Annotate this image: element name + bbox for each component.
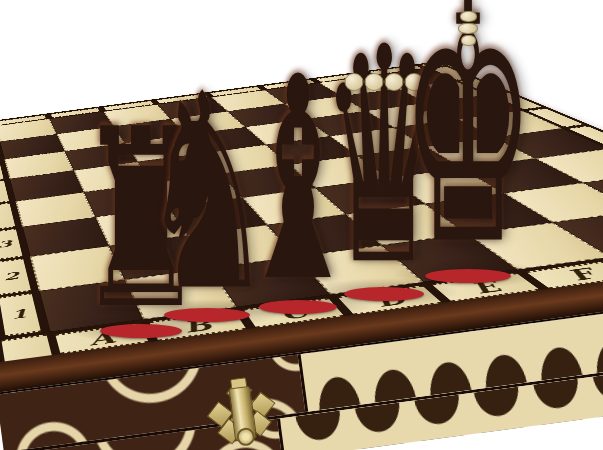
board-rank-label [0,203,15,231]
board-rank-label: 3 [0,229,23,261]
cream-ball [345,73,364,91]
board-rank-label [0,180,9,205]
photo-stage: 321ABCDEF ♜ ♞ ♝ [0,0,603,450]
board-rank-label [0,161,4,183]
board-rank-label: 2 [0,258,31,295]
clasp-crown [230,377,247,389]
cream-ball [365,73,384,91]
cream-disc [461,35,476,46]
cream-disc [460,11,477,22]
cream-disc [458,23,478,34]
king-disc-finial [458,11,478,46]
board-rank-label: 1 [0,293,41,336]
brass-clasp [206,380,280,450]
